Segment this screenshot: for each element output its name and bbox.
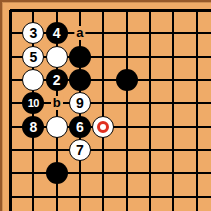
board-edge-sliver bbox=[208, 208, 211, 211]
board-intersection bbox=[162, 92, 185, 115]
stone-black bbox=[116, 69, 138, 91]
board-intersection bbox=[162, 45, 185, 68]
board-intersection: 9 bbox=[68, 92, 91, 115]
board-intersection bbox=[162, 138, 185, 161]
board-edge-sliver bbox=[115, 208, 138, 211]
board-intersection bbox=[22, 68, 45, 91]
board-intersection: 2 bbox=[45, 68, 68, 91]
board-edge-sliver bbox=[22, 208, 45, 211]
stone-black-move-8: 8 bbox=[22, 116, 44, 138]
board-intersection bbox=[0, 138, 22, 161]
board-intersection bbox=[92, 45, 115, 68]
stone-white-move-5: 5 bbox=[22, 46, 44, 68]
board-intersection bbox=[185, 185, 208, 208]
board-edge-sliver bbox=[45, 208, 68, 211]
board-intersection bbox=[138, 115, 161, 138]
stone-black bbox=[69, 46, 91, 68]
board-intersection bbox=[0, 185, 22, 208]
board-intersection bbox=[0, 115, 22, 138]
stone-white-move-3: 3 bbox=[22, 22, 44, 44]
board-edge-sliver bbox=[162, 208, 185, 211]
stone-white-move-7: 7 bbox=[69, 139, 91, 161]
board-edge-sliver bbox=[92, 208, 115, 211]
board-intersection: 7 bbox=[68, 138, 91, 161]
board-intersection bbox=[115, 22, 138, 45]
board-intersection bbox=[22, 138, 45, 161]
board-intersection bbox=[162, 162, 185, 185]
board-intersection bbox=[115, 138, 138, 161]
board-intersection bbox=[115, 45, 138, 68]
board-intersection bbox=[45, 162, 68, 185]
board-intersection bbox=[45, 0, 68, 22]
board-intersection bbox=[45, 45, 68, 68]
stone-white bbox=[46, 116, 68, 138]
board-intersection bbox=[162, 68, 185, 91]
board-intersection bbox=[185, 115, 208, 138]
board-intersection bbox=[115, 92, 138, 115]
board-edge-sliver bbox=[208, 92, 211, 115]
board-intersection bbox=[92, 22, 115, 45]
stone-black-move-4: 4 bbox=[46, 22, 68, 44]
board-intersection bbox=[115, 115, 138, 138]
board-intersection: a bbox=[68, 22, 91, 45]
board-intersection bbox=[185, 138, 208, 161]
board-intersection bbox=[92, 92, 115, 115]
board-intersection bbox=[185, 92, 208, 115]
stone-black-move-10: 10 bbox=[22, 92, 44, 114]
board-intersection bbox=[22, 185, 45, 208]
stone-white-move-9: 9 bbox=[69, 92, 91, 114]
board-intersection bbox=[92, 68, 115, 91]
stone-white bbox=[22, 69, 44, 91]
board-intersection bbox=[92, 0, 115, 22]
board-intersection bbox=[0, 92, 22, 115]
stone-white bbox=[92, 116, 114, 138]
board-intersection bbox=[185, 68, 208, 91]
board-intersection bbox=[0, 162, 22, 185]
board-intersection: 6 bbox=[68, 115, 91, 138]
board-edge-sliver bbox=[185, 208, 208, 211]
board-intersection bbox=[138, 45, 161, 68]
point-label-b: b bbox=[51, 96, 63, 110]
board-intersection bbox=[45, 185, 68, 208]
board-intersection bbox=[138, 162, 161, 185]
board-intersection: 8 bbox=[22, 115, 45, 138]
board-intersection bbox=[138, 92, 161, 115]
board-intersection bbox=[0, 22, 22, 45]
board-intersection bbox=[185, 22, 208, 45]
board-intersection bbox=[68, 162, 91, 185]
board-intersection bbox=[185, 45, 208, 68]
board-intersection bbox=[162, 0, 185, 22]
stone-black-move-2: 2 bbox=[46, 69, 68, 91]
board-intersection bbox=[185, 162, 208, 185]
board-intersection bbox=[138, 185, 161, 208]
board-intersection: 4 bbox=[45, 22, 68, 45]
board-edge-sliver bbox=[208, 68, 211, 91]
board-intersection: 10 bbox=[22, 92, 45, 115]
board-intersection bbox=[138, 22, 161, 45]
board-intersection bbox=[68, 68, 91, 91]
board-edge-sliver bbox=[208, 162, 211, 185]
board-edge-sliver bbox=[208, 0, 211, 22]
go-diagram: 34a5210b9867 bbox=[0, 0, 211, 211]
board-intersection bbox=[162, 22, 185, 45]
board-edge-sliver bbox=[0, 208, 22, 211]
board-edge-sliver bbox=[208, 115, 211, 138]
board-edge-sliver bbox=[208, 138, 211, 161]
board-edge-sliver bbox=[208, 22, 211, 45]
board-intersection bbox=[92, 185, 115, 208]
board-edge-sliver bbox=[208, 185, 211, 208]
circle-marker-icon bbox=[97, 121, 109, 133]
board-intersection: b bbox=[45, 92, 68, 115]
board-edge-sliver bbox=[138, 208, 161, 211]
board-intersection bbox=[138, 0, 161, 22]
board-intersection: 5 bbox=[22, 45, 45, 68]
board-intersection bbox=[45, 138, 68, 161]
stone-black bbox=[46, 162, 68, 184]
board-edge-sliver bbox=[68, 208, 91, 211]
board-intersection bbox=[45, 115, 68, 138]
board-intersection bbox=[22, 162, 45, 185]
board-intersection bbox=[68, 45, 91, 68]
board-intersection bbox=[0, 0, 22, 22]
board-intersection bbox=[68, 185, 91, 208]
board-intersection bbox=[162, 185, 185, 208]
stone-black-move-6: 6 bbox=[69, 116, 91, 138]
point-label-a: a bbox=[74, 26, 85, 40]
board-intersection bbox=[92, 138, 115, 161]
board-intersection bbox=[92, 162, 115, 185]
board-intersection bbox=[138, 138, 161, 161]
board-intersection bbox=[115, 162, 138, 185]
board-intersection bbox=[68, 0, 91, 22]
board-intersection bbox=[185, 0, 208, 22]
board-intersection bbox=[0, 45, 22, 68]
board-intersection bbox=[115, 185, 138, 208]
board-intersection bbox=[115, 68, 138, 91]
board-intersection bbox=[22, 0, 45, 22]
go-board: 34a5210b9867 bbox=[0, 0, 211, 211]
stone-black bbox=[69, 69, 91, 91]
board-intersection bbox=[92, 115, 115, 138]
board-intersection bbox=[115, 0, 138, 22]
board-intersection bbox=[138, 68, 161, 91]
board-edge-sliver bbox=[208, 45, 211, 68]
stone-white bbox=[46, 46, 68, 68]
board-intersection bbox=[162, 115, 185, 138]
board-intersection: 3 bbox=[22, 22, 45, 45]
board-intersection bbox=[0, 68, 22, 91]
